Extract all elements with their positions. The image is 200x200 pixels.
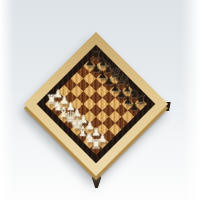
board-foot-front bbox=[92, 174, 101, 188]
black-pawn-glyph: ♟ bbox=[129, 101, 139, 112]
chess-board: ♜♞♝♛♚♝♞♜♟♟♟♟♟♟♟♟♟♟♟♟♟♟♟♟♜♞♝♛♚♝♞♜ bbox=[24, 32, 168, 176]
white-rook-glyph: ♜ bbox=[90, 137, 102, 150]
photo-background: ♜♞♝♛♚♝♞♜♟♟♟♟♟♟♟♟♟♟♟♟♟♟♟♟♜♞♝♛♚♝♞♜ bbox=[0, 0, 200, 200]
